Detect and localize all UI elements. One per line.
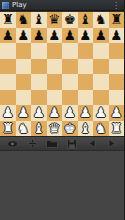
overflow-menu-icon[interactable]: ⋮ xyxy=(110,0,122,11)
square-c5[interactable] xyxy=(31,59,47,75)
piece-bb[interactable]: ♝ xyxy=(79,12,91,28)
square-e4[interactable] xyxy=(62,74,78,90)
square-f8[interactable]: ♝ xyxy=(78,12,94,28)
square-g8[interactable]: ♞ xyxy=(93,12,109,28)
square-a3[interactable] xyxy=(0,90,16,106)
square-b8[interactable]: ♞ xyxy=(16,12,32,28)
app-logo-icon xyxy=(2,2,9,9)
top-action-bar: Play ⋮ xyxy=(0,0,124,11)
piece-wb[interactable]: ♝ xyxy=(79,121,91,137)
square-e7[interactable]: ♟ xyxy=(62,28,78,44)
piece-bk[interactable]: ♚ xyxy=(64,12,76,28)
open-button[interactable] xyxy=(45,138,60,150)
square-a2[interactable]: ♟ xyxy=(0,105,16,121)
square-c8[interactable]: ♝ xyxy=(31,12,47,28)
piece-br[interactable]: ♜ xyxy=(2,12,14,28)
piece-bb[interactable]: ♝ xyxy=(33,12,45,28)
square-b1[interactable]: ♞ xyxy=(16,121,32,137)
piece-wb[interactable]: ♝ xyxy=(33,121,45,137)
square-a5[interactable] xyxy=(0,59,16,75)
piece-bp[interactable]: ♟ xyxy=(64,28,76,44)
square-e1[interactable]: ♚ xyxy=(62,121,78,137)
square-f7[interactable]: ♟ xyxy=(78,28,94,44)
piece-wr[interactable]: ♜ xyxy=(2,121,14,137)
square-c7[interactable]: ♟ xyxy=(31,28,47,44)
square-c3[interactable] xyxy=(31,90,47,106)
square-g6[interactable] xyxy=(93,43,109,59)
square-g2[interactable]: ♟ xyxy=(93,105,109,121)
piece-bq[interactable]: ♛ xyxy=(48,12,60,28)
square-b4[interactable] xyxy=(16,74,32,90)
square-d3[interactable] xyxy=(47,90,63,106)
back-icon xyxy=(88,139,96,148)
piece-wn[interactable]: ♞ xyxy=(95,121,107,137)
square-f1[interactable]: ♝ xyxy=(78,121,94,137)
piece-wp[interactable]: ♟ xyxy=(33,105,45,121)
square-h6[interactable] xyxy=(109,43,125,59)
square-h3[interactable] xyxy=(109,90,125,106)
square-g1[interactable]: ♞ xyxy=(93,121,109,137)
piece-wp[interactable]: ♟ xyxy=(110,105,122,121)
square-g7[interactable]: ♟ xyxy=(93,28,109,44)
piece-bp[interactable]: ♟ xyxy=(110,28,122,44)
square-d8[interactable]: ♛ xyxy=(47,12,63,28)
piece-bp[interactable]: ♟ xyxy=(48,28,60,44)
plus-icon xyxy=(28,139,37,148)
save-icon xyxy=(67,139,77,149)
bottom-toolbar xyxy=(0,136,124,151)
piece-wp[interactable]: ♟ xyxy=(2,105,14,121)
square-e8[interactable]: ♚ xyxy=(62,12,78,28)
piece-bp[interactable]: ♟ xyxy=(17,28,29,44)
square-f4[interactable] xyxy=(78,74,94,90)
eye-button[interactable] xyxy=(5,138,20,150)
piece-wp[interactable]: ♟ xyxy=(79,105,91,121)
square-h4[interactable] xyxy=(109,74,125,90)
folder-icon xyxy=(46,139,58,148)
piece-wr[interactable]: ♜ xyxy=(110,121,122,137)
square-a6[interactable] xyxy=(0,43,16,59)
square-c1[interactable]: ♝ xyxy=(31,121,47,137)
forward-icon xyxy=(108,139,116,148)
square-h7[interactable]: ♟ xyxy=(109,28,125,44)
piece-wn[interactable]: ♞ xyxy=(17,121,29,137)
square-d4[interactable] xyxy=(47,74,63,90)
square-h2[interactable]: ♟ xyxy=(109,105,125,121)
eye-icon xyxy=(7,140,18,148)
square-e5[interactable] xyxy=(62,59,78,75)
square-f2[interactable]: ♟ xyxy=(78,105,94,121)
square-g5[interactable] xyxy=(93,59,109,75)
square-c6[interactable] xyxy=(31,43,47,59)
square-h8[interactable]: ♜ xyxy=(109,12,125,28)
chess-app-screen: Play ⋮ ♜♞♝♛♚♝♞♜♟♟♟♟♟♟♟♟♟♟♟♟♟♟♟♟♜♞♝♛♚♝♞♜ xyxy=(0,0,124,220)
square-b7[interactable]: ♟ xyxy=(16,28,32,44)
square-d1[interactable]: ♛ xyxy=(47,121,63,137)
square-h1[interactable]: ♜ xyxy=(109,121,125,137)
piece-wk[interactable]: ♚ xyxy=(64,121,76,137)
square-d5[interactable] xyxy=(47,59,63,75)
piece-bp[interactable]: ♟ xyxy=(33,28,45,44)
square-a7[interactable]: ♟ xyxy=(0,28,16,44)
square-g4[interactable] xyxy=(93,74,109,90)
piece-wp[interactable]: ♟ xyxy=(64,105,76,121)
square-f3[interactable] xyxy=(78,90,94,106)
square-a1[interactable]: ♜ xyxy=(0,121,16,137)
square-f6[interactable] xyxy=(78,43,94,59)
square-e2[interactable]: ♟ xyxy=(62,105,78,121)
square-b3[interactable] xyxy=(16,90,32,106)
new-game-button[interactable] xyxy=(25,138,40,150)
square-b6[interactable] xyxy=(16,43,32,59)
piece-bp[interactable]: ♟ xyxy=(95,28,107,44)
square-h5[interactable] xyxy=(109,59,125,75)
square-a4[interactable] xyxy=(0,74,16,90)
square-b2[interactable]: ♟ xyxy=(16,105,32,121)
piece-bp[interactable]: ♟ xyxy=(79,28,91,44)
piece-br[interactable]: ♜ xyxy=(110,12,122,28)
piece-wp[interactable]: ♟ xyxy=(95,105,107,121)
page-title: Play xyxy=(12,0,107,11)
square-g3[interactable] xyxy=(93,90,109,106)
save-button[interactable] xyxy=(65,138,80,150)
square-c2[interactable]: ♟ xyxy=(31,105,47,121)
square-f5[interactable] xyxy=(78,59,94,75)
empty-background-area xyxy=(0,151,124,220)
square-b5[interactable] xyxy=(16,59,32,75)
chess-board: ♜♞♝♛♚♝♞♜♟♟♟♟♟♟♟♟♟♟♟♟♟♟♟♟♜♞♝♛♚♝♞♜ xyxy=(0,11,124,136)
piece-bp[interactable]: ♟ xyxy=(2,28,14,44)
piece-bn[interactable]: ♞ xyxy=(17,12,29,28)
piece-wp[interactable]: ♟ xyxy=(48,105,60,121)
square-c4[interactable] xyxy=(31,74,47,90)
back-move-button[interactable] xyxy=(85,138,100,150)
piece-wp[interactable]: ♟ xyxy=(17,105,29,121)
square-e3[interactable] xyxy=(62,90,78,106)
forward-move-button[interactable] xyxy=(105,138,120,150)
square-e6[interactable] xyxy=(62,43,78,59)
square-d6[interactable] xyxy=(47,43,63,59)
square-d2[interactable]: ♟ xyxy=(47,105,63,121)
square-a8[interactable]: ♜ xyxy=(0,12,16,28)
piece-wq[interactable]: ♛ xyxy=(48,121,60,137)
square-d7[interactable]: ♟ xyxy=(47,28,63,44)
piece-bn[interactable]: ♞ xyxy=(95,12,107,28)
